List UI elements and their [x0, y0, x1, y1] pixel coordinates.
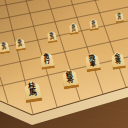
shogi-piece-pawn-1[interactable]: 歩兵 [0, 40, 10, 52]
piece-kanji: 馬 [28, 89, 37, 97]
piece-kanji: 兵 [18, 43, 23, 48]
shogi-piece-bishop[interactable]: 角行 [39, 51, 55, 68]
shogi-piece-pawn-4[interactable]: 歩兵 [68, 22, 78, 33]
piece-top-face: 銀将 [61, 68, 79, 87]
piece-kanji: 兵 [50, 36, 55, 41]
shogi-piece-rook[interactable]: 飛車 [84, 52, 101, 70]
shogi-piece-knight[interactable]: 桂馬 [22, 80, 42, 101]
piece-kanji: 兵 [117, 17, 121, 21]
piece-top-face: 歩兵 [68, 22, 78, 33]
piece-top-face: 歩兵 [114, 12, 124, 22]
piece-kanji: 兵 [91, 24, 95, 28]
piece-top-face: 歩兵 [47, 30, 58, 42]
shogi-piece-gold[interactable]: 金将 [110, 51, 126, 68]
piece-top-face: 歩兵 [88, 18, 98, 29]
piece-top-face: 飛車 [84, 52, 101, 70]
shogi-piece-pawn-3[interactable]: 歩兵 [47, 30, 58, 42]
shogi-piece-pawn-2[interactable]: 歩兵 [14, 37, 26, 49]
piece-kanji: 兵 [2, 46, 7, 51]
piece-kanji: 行 [44, 58, 51, 65]
piece-top-face: 金将 [110, 51, 126, 68]
shogi-piece-pawn-5[interactable]: 歩兵 [88, 18, 98, 29]
piece-top-face: 歩兵 [0, 40, 10, 52]
piece-top-face: 歩兵 [14, 37, 26, 49]
piece-kanji: 将 [67, 76, 75, 84]
piece-top-face: 桂馬 [22, 80, 42, 101]
piece-kanji: 兵 [71, 28, 75, 32]
piece-kanji: 車 [89, 60, 96, 67]
pieces-layer: 歩兵歩兵歩兵歩兵歩兵歩兵角行飛車金将銀将桂馬 [0, 0, 128, 128]
piece-top-face: 角行 [39, 51, 55, 68]
piece-kanji: 将 [115, 58, 122, 65]
shogi-piece-silver[interactable]: 銀将 [61, 68, 79, 87]
shogi-piece-pawn-6[interactable]: 歩兵 [114, 12, 124, 22]
shogi-scene: 歩兵歩兵歩兵歩兵歩兵歩兵角行飛車金将銀将桂馬 [0, 0, 128, 128]
